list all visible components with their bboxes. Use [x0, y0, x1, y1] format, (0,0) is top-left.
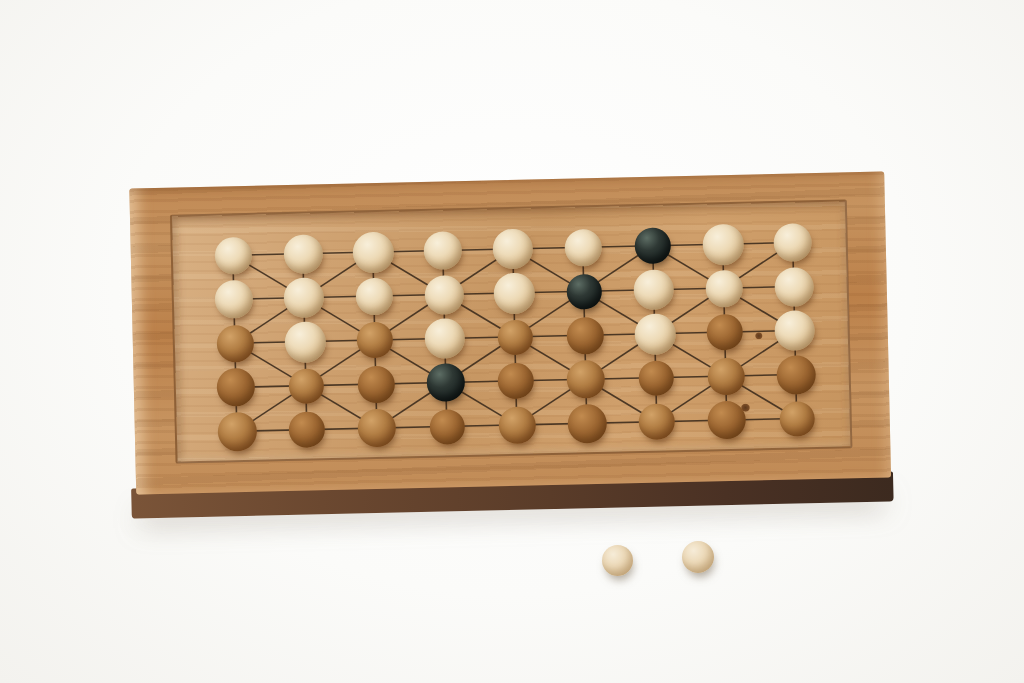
point-r1c2[interactable]: [267, 231, 338, 277]
spare-ball-1[interactable]: [602, 545, 633, 576]
ball-dark[interactable]: [776, 355, 816, 395]
point-r3c4[interactable]: [409, 316, 480, 362]
ball-light[interactable]: [702, 223, 744, 265]
point-r1c3[interactable]: [337, 229, 408, 275]
point-r4c6[interactable]: [550, 357, 621, 403]
point-r2c8[interactable]: [688, 265, 759, 311]
ball-light[interactable]: [424, 318, 465, 359]
ball-black[interactable]: [426, 363, 465, 402]
point-r5c4[interactable]: [411, 404, 482, 450]
ball-light[interactable]: [283, 234, 323, 274]
point-r3c3[interactable]: [339, 317, 410, 363]
ball-light[interactable]: [633, 269, 674, 310]
ball-light[interactable]: [564, 228, 602, 266]
point-r1c6[interactable]: [547, 225, 618, 271]
point-r4c8[interactable]: [690, 353, 761, 399]
point-r5c7[interactable]: [621, 399, 692, 445]
point-r4c2[interactable]: [270, 363, 341, 409]
ball-dark[interactable]: [497, 319, 533, 355]
point-r4c3[interactable]: [340, 361, 411, 407]
point-r4c1[interactable]: [200, 364, 271, 410]
board-surface: [170, 199, 852, 463]
point-r1c7[interactable]: [617, 223, 688, 269]
board-frame: [129, 171, 891, 494]
ball-dark[interactable]: [566, 316, 604, 354]
ball-dark[interactable]: [357, 409, 396, 448]
ball-dark[interactable]: [638, 360, 674, 396]
ball-light[interactable]: [492, 228, 533, 269]
ball-dark[interactable]: [217, 411, 257, 451]
ball-dark[interactable]: [707, 401, 746, 440]
point-r2c9[interactable]: [758, 264, 829, 310]
point-r4c9[interactable]: [760, 352, 831, 398]
point-r4c4[interactable]: [410, 360, 481, 406]
ball-dark[interactable]: [429, 409, 465, 445]
ball-dark[interactable]: [498, 406, 536, 444]
ball-dark[interactable]: [357, 365, 395, 403]
ball-light[interactable]: [773, 223, 812, 262]
ball-dark[interactable]: [638, 403, 675, 440]
point-r4c5[interactable]: [480, 358, 551, 404]
ball-light[interactable]: [634, 313, 676, 355]
point-r5c9[interactable]: [761, 396, 832, 442]
ball-dark[interactable]: [356, 322, 393, 359]
point-r3c2[interactable]: [269, 319, 340, 365]
ball-light[interactable]: [214, 236, 252, 274]
ball-light[interactable]: [493, 272, 535, 314]
ball-light[interactable]: [774, 267, 814, 307]
ball-light[interactable]: [424, 275, 464, 315]
ball-light[interactable]: [283, 277, 324, 318]
ball-light[interactable]: [705, 269, 743, 307]
point-r2c3[interactable]: [338, 273, 409, 319]
point-r4c7[interactable]: [620, 355, 691, 401]
ball-dark[interactable]: [497, 362, 534, 399]
point-r3c1[interactable]: [199, 320, 270, 366]
ball-light[interactable]: [352, 231, 394, 273]
ball-light[interactable]: [774, 310, 815, 351]
point-r5c8[interactable]: [691, 397, 762, 443]
point-r1c5[interactable]: [477, 226, 548, 272]
point-r1c9[interactable]: [757, 220, 828, 266]
point-r3c8[interactable]: [689, 309, 760, 355]
ball-dark[interactable]: [707, 357, 745, 395]
ball-light[interactable]: [355, 277, 393, 315]
point-r2c1[interactable]: [198, 276, 269, 322]
point-r3c5[interactable]: [479, 314, 550, 360]
point-r3c7[interactable]: [619, 311, 690, 357]
point-r5c1[interactable]: [201, 408, 272, 454]
point-r5c3[interactable]: [341, 405, 412, 451]
point-r1c8[interactable]: [687, 221, 758, 267]
ball-dark[interactable]: [216, 368, 255, 407]
ball-dark[interactable]: [706, 314, 743, 351]
fanorona-board: [129, 171, 891, 520]
ball-dark[interactable]: [566, 360, 605, 399]
point-r2c4[interactable]: [408, 272, 479, 318]
point-r5c6[interactable]: [551, 401, 622, 447]
ball-dark[interactable]: [567, 403, 607, 443]
point-r2c2[interactable]: [268, 275, 339, 321]
point-r5c2[interactable]: [271, 407, 342, 453]
point-r1c1[interactable]: [197, 232, 268, 278]
point-r2c6[interactable]: [548, 269, 619, 315]
ball-dark[interactable]: [288, 411, 325, 448]
ball-black[interactable]: [566, 273, 602, 309]
board-grid-area: [197, 220, 832, 454]
point-r5c5[interactable]: [481, 402, 552, 448]
ball-black[interactable]: [634, 227, 671, 264]
ball-light[interactable]: [214, 280, 253, 319]
ball-light[interactable]: [423, 231, 462, 270]
ball-light[interactable]: [284, 321, 326, 363]
point-r3c9[interactable]: [759, 308, 830, 354]
point-r1c4[interactable]: [407, 228, 478, 274]
spare-ball-2[interactable]: [682, 541, 714, 573]
points-grid: [197, 220, 832, 454]
ball-dark[interactable]: [288, 368, 324, 404]
point-r2c7[interactable]: [618, 267, 689, 313]
point-r3c6[interactable]: [549, 313, 620, 359]
ball-dark[interactable]: [216, 324, 254, 362]
ball-dark[interactable]: [779, 401, 815, 437]
point-r2c5[interactable]: [478, 270, 549, 316]
